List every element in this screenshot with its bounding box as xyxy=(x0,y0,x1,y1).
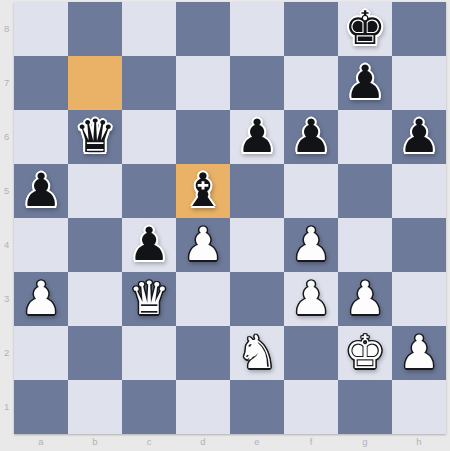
square-c2[interactable] xyxy=(122,326,176,380)
square-e7[interactable] xyxy=(230,56,284,110)
square-d4[interactable]: ♟ xyxy=(176,218,230,272)
square-b8[interactable] xyxy=(68,2,122,56)
square-f3[interactable]: ♟ xyxy=(284,272,338,326)
piece-wq-c3[interactable]: ♛ xyxy=(128,271,169,325)
piece-bp-g7[interactable]: ♟ xyxy=(344,55,385,109)
square-d2[interactable] xyxy=(176,326,230,380)
square-c3[interactable]: ♛ xyxy=(122,272,176,326)
square-e1[interactable] xyxy=(230,380,284,434)
square-e8[interactable] xyxy=(230,2,284,56)
square-c8[interactable] xyxy=(122,2,176,56)
piece-wp-h2[interactable]: ♟ xyxy=(398,325,439,379)
square-e6[interactable]: ♟ xyxy=(230,110,284,164)
square-g6[interactable] xyxy=(338,110,392,164)
square-e4[interactable] xyxy=(230,218,284,272)
square-e2[interactable]: ♞ xyxy=(230,326,284,380)
file-label-g: g xyxy=(338,434,392,451)
square-d3[interactable] xyxy=(176,272,230,326)
square-f2[interactable] xyxy=(284,326,338,380)
piece-wp-f4[interactable]: ♟ xyxy=(290,217,331,271)
square-c4[interactable]: ♟ xyxy=(122,218,176,272)
piece-wp-g3[interactable]: ♟ xyxy=(344,271,385,325)
square-h5[interactable] xyxy=(392,164,446,218)
square-a8[interactable] xyxy=(14,2,68,56)
square-d8[interactable] xyxy=(176,2,230,56)
piece-bp-e6[interactable]: ♟ xyxy=(236,109,277,163)
square-h8[interactable] xyxy=(392,2,446,56)
square-f5[interactable] xyxy=(284,164,338,218)
square-e3[interactable] xyxy=(230,272,284,326)
square-f1[interactable] xyxy=(284,380,338,434)
square-f7[interactable] xyxy=(284,56,338,110)
square-f4[interactable]: ♟ xyxy=(284,218,338,272)
rank-label-2: 2 xyxy=(0,326,14,380)
square-b4[interactable] xyxy=(68,218,122,272)
file-label-f: f xyxy=(284,434,338,451)
rank-label-8: 8 xyxy=(0,2,14,56)
piece-wp-a3[interactable]: ♟ xyxy=(20,271,61,325)
square-b3[interactable] xyxy=(68,272,122,326)
square-f6[interactable]: ♟ xyxy=(284,110,338,164)
square-d6[interactable] xyxy=(176,110,230,164)
chess-board-screen: 87654321 ♚♟♛♟♟♟♟♝♟♟♟♟♛♟♟♞♚♟ abcdefgh xyxy=(0,0,450,451)
square-g3[interactable]: ♟ xyxy=(338,272,392,326)
rank-label-4: 4 xyxy=(0,218,14,272)
rank-label-6: 6 xyxy=(0,110,14,164)
file-label-h: h xyxy=(392,434,446,451)
square-g2[interactable]: ♚ xyxy=(338,326,392,380)
square-a1[interactable] xyxy=(14,380,68,434)
square-g5[interactable] xyxy=(338,164,392,218)
square-a3[interactable]: ♟ xyxy=(14,272,68,326)
piece-bb-d5[interactable]: ♝ xyxy=(182,163,223,217)
square-d7[interactable] xyxy=(176,56,230,110)
square-b5[interactable] xyxy=(68,164,122,218)
chess-board[interactable]: ♚♟♛♟♟♟♟♝♟♟♟♟♛♟♟♞♚♟ xyxy=(14,2,446,434)
square-a4[interactable] xyxy=(14,218,68,272)
piece-bp-c4[interactable]: ♟ xyxy=(128,217,169,271)
square-g4[interactable] xyxy=(338,218,392,272)
square-a5[interactable]: ♟ xyxy=(14,164,68,218)
file-label-d: d xyxy=(176,434,230,451)
square-c5[interactable] xyxy=(122,164,176,218)
square-b2[interactable] xyxy=(68,326,122,380)
square-c6[interactable] xyxy=(122,110,176,164)
square-h4[interactable] xyxy=(392,218,446,272)
square-d5[interactable]: ♝ xyxy=(176,164,230,218)
square-a6[interactable] xyxy=(14,110,68,164)
square-h2[interactable]: ♟ xyxy=(392,326,446,380)
rank-labels: 87654321 xyxy=(0,2,14,434)
square-g7[interactable]: ♟ xyxy=(338,56,392,110)
square-h6[interactable]: ♟ xyxy=(392,110,446,164)
square-b7[interactable] xyxy=(68,56,122,110)
piece-wp-f3[interactable]: ♟ xyxy=(290,271,331,325)
piece-wn-e2[interactable]: ♞ xyxy=(236,325,277,379)
rank-label-1: 1 xyxy=(0,380,14,434)
piece-bp-h6[interactable]: ♟ xyxy=(398,109,439,163)
rank-label-7: 7 xyxy=(0,56,14,110)
piece-wp-d4[interactable]: ♟ xyxy=(182,217,223,271)
square-f8[interactable] xyxy=(284,2,338,56)
rank-label-3: 3 xyxy=(0,272,14,326)
square-d1[interactable] xyxy=(176,380,230,434)
file-label-c: c xyxy=(122,434,176,451)
file-labels: abcdefgh xyxy=(14,434,446,451)
square-c7[interactable] xyxy=(122,56,176,110)
piece-wk-g2[interactable]: ♚ xyxy=(344,325,385,379)
piece-bq-b6[interactable]: ♛ xyxy=(74,109,115,163)
square-c1[interactable] xyxy=(122,380,176,434)
square-g8[interactable]: ♚ xyxy=(338,2,392,56)
square-b6[interactable]: ♛ xyxy=(68,110,122,164)
rank-label-5: 5 xyxy=(0,164,14,218)
square-a7[interactable] xyxy=(14,56,68,110)
square-a2[interactable] xyxy=(14,326,68,380)
piece-bk-g8[interactable]: ♚ xyxy=(344,1,385,55)
square-h7[interactable] xyxy=(392,56,446,110)
piece-bp-a5[interactable]: ♟ xyxy=(20,163,61,217)
square-e5[interactable] xyxy=(230,164,284,218)
file-label-b: b xyxy=(68,434,122,451)
square-h3[interactable] xyxy=(392,272,446,326)
square-h1[interactable] xyxy=(392,380,446,434)
square-b1[interactable] xyxy=(68,380,122,434)
file-label-a: a xyxy=(14,434,68,451)
piece-bp-f6[interactable]: ♟ xyxy=(290,109,331,163)
file-label-e: e xyxy=(230,434,284,451)
square-g1[interactable] xyxy=(338,380,392,434)
